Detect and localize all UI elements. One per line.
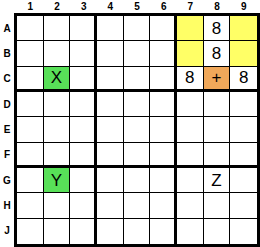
cell-C9[interactable]: 8 (230, 67, 257, 92)
cell-D8[interactable] (204, 92, 231, 117)
cell-F8[interactable] (204, 143, 231, 168)
cell-A1[interactable] (17, 16, 44, 41)
cell-D7[interactable] (177, 92, 204, 117)
cell-E2[interactable] (44, 117, 71, 142)
cell-G3[interactable] (70, 168, 97, 193)
cell-E7[interactable] (177, 117, 204, 142)
row-label-J: J (0, 219, 14, 244)
cell-G8[interactable]: Z (204, 168, 231, 193)
cell-B9[interactable] (230, 41, 257, 66)
row-label-C: C (0, 67, 14, 92)
cell-J1[interactable] (17, 219, 44, 244)
cell-H7[interactable] (177, 193, 204, 218)
cell-J8[interactable] (204, 219, 231, 244)
column-label-3: 3 (70, 0, 97, 13)
cell-J7[interactable] (177, 219, 204, 244)
cell-C8[interactable]: + (204, 67, 231, 92)
column-label-1: 1 (17, 0, 44, 13)
cell-G4[interactable] (97, 168, 124, 193)
cell-B5[interactable] (124, 41, 151, 66)
cell-J6[interactable] (150, 219, 177, 244)
cell-H2[interactable] (44, 193, 71, 218)
cell-F1[interactable] (17, 143, 44, 168)
cell-H5[interactable] (124, 193, 151, 218)
cell-F6[interactable] (150, 143, 177, 168)
cell-J5[interactable] (124, 219, 151, 244)
column-label-6: 6 (150, 0, 177, 13)
cell-H8[interactable] (204, 193, 231, 218)
cell-G6[interactable] (150, 168, 177, 193)
cell-C3[interactable] (70, 67, 97, 92)
cell-A3[interactable] (70, 16, 97, 41)
cell-E8[interactable] (204, 117, 231, 142)
cell-J9[interactable] (230, 219, 257, 244)
column-label-4: 4 (97, 0, 124, 13)
column-label-9: 9 (230, 0, 257, 13)
column-label-8: 8 (204, 0, 231, 13)
cell-H6[interactable] (150, 193, 177, 218)
column-labels: 123456789 (14, 0, 260, 13)
cell-E9[interactable] (230, 117, 257, 142)
cell-E5[interactable] (124, 117, 151, 142)
cell-F5[interactable] (124, 143, 151, 168)
puzzle-grid-screen: 123456789 ABCDEFGHJ 88X8+8YZ (0, 0, 260, 247)
row-label-E: E (0, 117, 14, 142)
cell-D3[interactable] (70, 92, 97, 117)
cell-A5[interactable] (124, 16, 151, 41)
cell-C7[interactable]: 8 (177, 67, 204, 92)
cell-D9[interactable] (230, 92, 257, 117)
cell-D6[interactable] (150, 92, 177, 117)
cell-G2[interactable]: Y (44, 168, 71, 193)
cell-A9[interactable] (230, 16, 257, 41)
column-label-5: 5 (124, 0, 151, 13)
cell-B7[interactable] (177, 41, 204, 66)
cell-G1[interactable] (17, 168, 44, 193)
cell-D2[interactable] (44, 92, 71, 117)
cell-C1[interactable] (17, 67, 44, 92)
cell-C4[interactable] (97, 67, 124, 92)
cell-B6[interactable] (150, 41, 177, 66)
row-label-D: D (0, 92, 14, 117)
column-label-7: 7 (177, 0, 204, 13)
cell-F9[interactable] (230, 143, 257, 168)
cell-D4[interactable] (97, 92, 124, 117)
cell-F3[interactable] (70, 143, 97, 168)
cell-B1[interactable] (17, 41, 44, 66)
cell-G7[interactable] (177, 168, 204, 193)
cell-D1[interactable] (17, 92, 44, 117)
cell-H4[interactable] (97, 193, 124, 218)
cell-A7[interactable] (177, 16, 204, 41)
sudoku-board: 88X8+8YZ (14, 13, 260, 247)
cell-E1[interactable] (17, 117, 44, 142)
cell-B3[interactable] (70, 41, 97, 66)
cell-H1[interactable] (17, 193, 44, 218)
cell-H3[interactable] (70, 193, 97, 218)
cell-E3[interactable] (70, 117, 97, 142)
cell-C2[interactable]: X (44, 67, 71, 92)
cell-F4[interactable] (97, 143, 124, 168)
cell-G9[interactable] (230, 168, 257, 193)
cell-A2[interactable] (44, 16, 71, 41)
row-label-G: G (0, 168, 14, 193)
cell-H9[interactable] (230, 193, 257, 218)
cell-A8[interactable]: 8 (204, 16, 231, 41)
cell-D5[interactable] (124, 92, 151, 117)
cell-F2[interactable] (44, 143, 71, 168)
row-label-F: F (0, 143, 14, 168)
cell-J4[interactable] (97, 219, 124, 244)
cell-B2[interactable] (44, 41, 71, 66)
cell-F7[interactable] (177, 143, 204, 168)
cell-G5[interactable] (124, 168, 151, 193)
cell-E4[interactable] (97, 117, 124, 142)
column-label-2: 2 (44, 0, 71, 13)
row-label-B: B (0, 41, 14, 66)
cell-C5[interactable] (124, 67, 151, 92)
cell-B8[interactable]: 8 (204, 41, 231, 66)
cell-E6[interactable] (150, 117, 177, 142)
cell-C6[interactable] (150, 67, 177, 92)
row-label-H: H (0, 193, 14, 218)
cell-A6[interactable] (150, 16, 177, 41)
row-label-A: A (0, 16, 14, 41)
cell-J2[interactable] (44, 219, 71, 244)
row-labels: ABCDEFGHJ (0, 13, 14, 247)
cell-J3[interactable] (70, 219, 97, 244)
cell-B4[interactable] (97, 41, 124, 66)
cell-A4[interactable] (97, 16, 124, 41)
